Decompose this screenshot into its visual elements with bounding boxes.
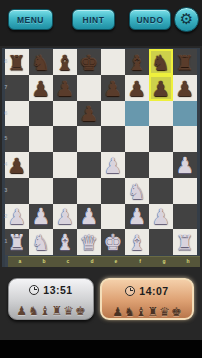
square-d2[interactable]: ♟ [77,204,101,230]
rank-label-4: 4 [3,161,9,167]
square-f8[interactable]: ♝ [125,49,149,75]
white-clock-time: 13:51 [43,284,72,296]
settings-button[interactable]: ⚙ [174,7,199,32]
square-b5[interactable] [29,126,53,152]
black-pawn: ♟ [77,102,101,127]
menu-button[interactable]: MENU [8,9,53,30]
square-e5[interactable] [101,126,125,152]
square-g5[interactable] [149,126,173,152]
square-g8[interactable]: ♞ [149,49,173,75]
black-tray-king-icon: ♚ [171,305,182,319]
white-pawn: ♟ [125,205,149,230]
clock-icon [125,286,135,296]
square-e3[interactable] [101,178,125,204]
rank-label-7: 7 [3,84,9,90]
hint-button[interactable]: HINT [72,9,115,30]
square-d6[interactable]: ♟ [77,101,101,127]
square-f1[interactable]: ♝ [125,229,149,255]
square-h7[interactable]: ♟ [173,75,197,101]
file-label-c: c [56,257,80,267]
gear-icon: ⚙ [180,12,193,27]
square-c5[interactable] [53,126,77,152]
square-d7[interactable] [77,75,101,101]
board-grid: ♜♞♝♚♝♞♜♟♟♟♟♟♟♟♟♟♟♞♟♟♟♟♟♟♜♞♝♛♚♝♜ [5,49,197,255]
black-pawn: ♟ [101,77,125,102]
file-label-h: h [176,257,200,267]
white-queen: ♛ [77,231,101,256]
black-pawn: ♟ [149,77,173,102]
white-tray-king-icon: ♚ [75,304,86,318]
square-f3[interactable]: ♞ [125,178,149,204]
square-f6[interactable] [125,101,149,127]
white-pawn: ♟ [53,205,77,230]
file-label-g: g [152,257,176,267]
square-f5[interactable] [125,126,149,152]
black-tray-pawn-icon: ♟ [112,305,123,319]
white-tray-rook-icon: ♜ [52,304,63,318]
white-pawn: ♟ [149,205,173,230]
black-knight: ♞ [149,51,173,76]
square-d5[interactable] [77,126,101,152]
white-pawn: ♟ [101,154,125,179]
rank-label-8: 8 [3,58,9,64]
square-b1[interactable]: ♞ [29,229,53,255]
square-h6[interactable] [173,101,197,127]
white-clock-card: 13:51 ♟♞♝♜♛♚ [8,278,94,320]
clock-icon [29,285,39,295]
square-b2[interactable]: ♟ [29,204,53,230]
file-label-d: d [80,257,104,267]
file-coordinates: abcdefgh [8,256,200,267]
square-h8[interactable]: ♜ [173,49,197,75]
square-d1[interactable]: ♛ [77,229,101,255]
black-pawn: ♟ [29,77,53,102]
rank-label-2: 2 [3,213,9,219]
square-h5[interactable] [173,126,197,152]
square-g3[interactable] [149,178,173,204]
black-rook: ♜ [173,51,197,76]
square-f2[interactable]: ♟ [125,204,149,230]
square-e7[interactable]: ♟ [101,75,125,101]
black-tray-knight-icon: ♞ [124,305,135,319]
rank-label-6: 6 [3,110,9,116]
square-e6[interactable] [101,101,125,127]
black-clock-time: 14:07 [139,285,168,297]
square-b8[interactable]: ♞ [29,49,53,75]
square-c3[interactable] [53,178,77,204]
file-label-e: e [104,257,128,267]
rank-label-5: 5 [3,135,9,141]
top-bar: MENU HINT UNDO ⚙ [0,0,202,46]
black-tray-rook-icon: ♜ [148,305,159,319]
white-pawn: ♟ [29,205,53,230]
black-king: ♚ [77,51,101,76]
black-tray-queen-icon: ♛ [159,305,170,319]
square-b4[interactable] [29,152,53,178]
square-g7[interactable]: ♟ [149,75,173,101]
square-c4[interactable] [53,152,77,178]
white-tray-queen-icon: ♛ [63,304,74,318]
white-tray-pawn-icon: ♟ [16,304,27,318]
rank-label-3: 3 [3,187,9,193]
square-h3[interactable] [173,178,197,204]
square-d8[interactable]: ♚ [77,49,101,75]
square-g1[interactable] [149,229,173,255]
white-bishop: ♝ [53,231,77,256]
file-label-f: f [128,257,152,267]
square-c6[interactable] [53,101,77,127]
player-panel: 13:51 ♟♞♝♜♛♚ 14:07 ♟♞♝♜♛♚ [0,267,202,340]
chess-app-screen: MENU HINT UNDO ⚙ ♜♞♝♚♝♞♜♟♟♟♟♟♟♟♟♟♟♞♟♟♟♟♟… [0,0,202,358]
black-bishop: ♝ [53,51,77,76]
square-e8[interactable] [101,49,125,75]
square-g4[interactable] [149,152,173,178]
square-d3[interactable] [77,178,101,204]
square-e1[interactable]: ♚ [101,229,125,255]
white-knight: ♞ [29,231,53,256]
black-knight: ♞ [29,51,53,76]
black-bishop: ♝ [125,51,149,76]
chess-board: ♜♞♝♚♝♞♜♟♟♟♟♟♟♟♟♟♟♞♟♟♟♟♟♟♜♞♝♛♚♝♜ abcdefgh… [2,48,200,267]
square-b6[interactable] [29,101,53,127]
white-rook: ♜ [173,231,197,256]
black-pawn: ♟ [125,77,149,102]
square-c1[interactable]: ♝ [53,229,77,255]
square-h4[interactable]: ♟ [173,152,197,178]
white-pawn: ♟ [77,205,101,230]
rank-label-1: 1 [3,238,9,244]
black-piece-tray: ♟♞♝♜♛♚ [102,299,192,319]
square-h1[interactable]: ♜ [173,229,197,255]
file-label-b: b [32,257,56,267]
white-king: ♚ [101,231,125,256]
black-clock-card-active: 14:07 ♟♞♝♜♛♚ [100,278,194,320]
white-pawn: ♟ [173,154,197,179]
white-knight: ♞ [125,180,149,205]
square-d4[interactable] [77,152,101,178]
square-e2[interactable] [101,204,125,230]
square-g6[interactable] [149,101,173,127]
black-pawn: ♟ [173,77,197,102]
square-f4[interactable] [125,152,149,178]
square-c2[interactable]: ♟ [53,204,77,230]
square-b3[interactable] [29,178,53,204]
square-e4[interactable]: ♟ [101,152,125,178]
white-tray-bishop-icon: ♝ [40,304,51,318]
undo-button[interactable]: UNDO [129,9,171,30]
square-f7[interactable]: ♟ [125,75,149,101]
square-c7[interactable]: ♟ [53,75,77,101]
file-label-a: a [8,257,32,267]
white-tray-knight-icon: ♞ [28,304,39,318]
white-piece-tray: ♟♞♝♜♛♚ [9,298,93,318]
square-b7[interactable]: ♟ [29,75,53,101]
white-bishop: ♝ [125,231,149,256]
black-tray-bishop-icon: ♝ [136,305,147,319]
square-c8[interactable]: ♝ [53,49,77,75]
bottom-letterbox [0,340,202,358]
black-pawn: ♟ [53,77,77,102]
square-h2[interactable] [173,204,197,230]
square-g2[interactable]: ♟ [149,204,173,230]
